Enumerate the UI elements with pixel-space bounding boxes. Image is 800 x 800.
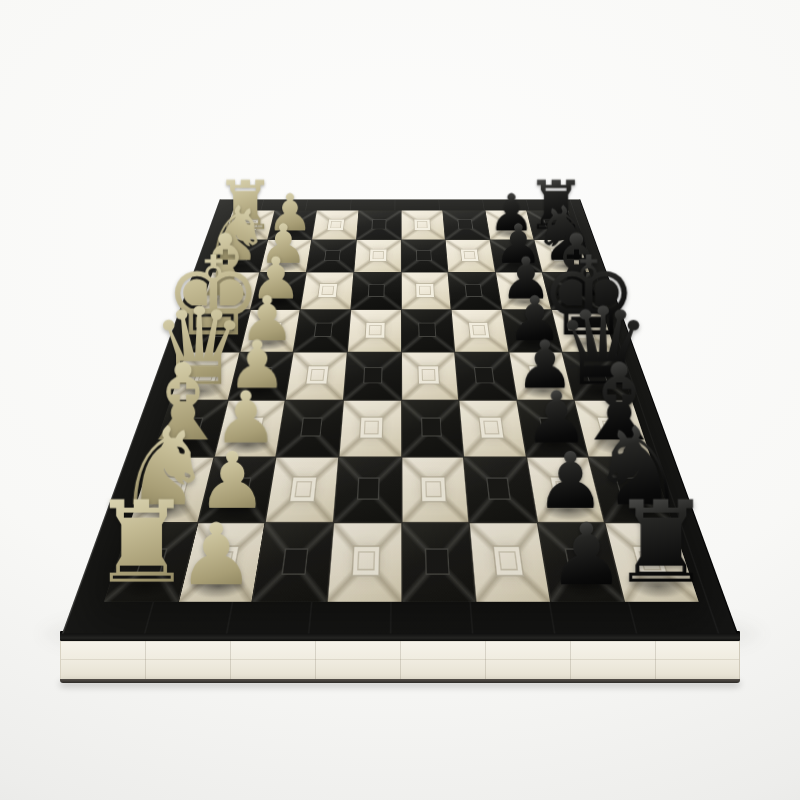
square-h4[interactable] [357,211,401,240]
square-g5[interactable] [401,240,447,272]
square-b5[interactable] [402,457,469,522]
square-b3[interactable] [266,457,338,522]
square-g4[interactable] [354,240,400,272]
square-d3[interactable] [286,352,347,400]
square-h3[interactable] [312,211,358,240]
square-h5[interactable] [401,211,445,240]
square-f5[interactable] [401,273,450,309]
square-e5[interactable] [401,310,454,351]
board-grid: ♜♟♟♜♞♟♟♞♝♟♟♝♚♟♟♚♛♟♟♛♝♟♟♝♞♟♟♞♜♟♟♜ [104,211,699,602]
board-frame: ♜♟♟♜♞♟♟♞♝♟♟♝♚♟♟♚♛♟♟♛♝♟♟♝♞♟♟♞♜♟♟♜ [62,199,738,634]
perspective-stage: ♜♟♟♜♞♟♟♞♝♟♟♝♚♟♟♚♛♟♟♛♝♟♟♝♞♟♟♞♜♟♟♜ [0,0,800,700]
square-b6[interactable] [464,457,536,522]
square-a4[interactable] [328,524,401,602]
square-c6[interactable] [459,401,525,456]
square-d5[interactable] [402,352,459,400]
square-g3[interactable] [307,240,356,272]
square-e3[interactable] [294,310,350,351]
square-a2[interactable]: ♟ [179,524,265,602]
piece-white-pawn-a2[interactable]: ♟ [178,516,255,597]
square-d4[interactable] [344,352,401,400]
chess-board: ♜♟♟♜♞♟♟♞♝♟♟♝♚♟♟♚♛♟♟♛♝♟♟♝♞♟♟♞♜♟♟♜ [62,199,738,634]
square-f4[interactable] [351,273,400,309]
square-a8[interactable]: ♜ [606,524,699,602]
square-a3[interactable] [253,524,332,602]
square-a6[interactable] [470,524,550,602]
square-d6[interactable] [455,352,516,400]
square-b4[interactable] [334,457,401,522]
square-e6[interactable] [452,310,508,351]
square-f6[interactable] [449,273,501,309]
square-c4[interactable] [339,401,400,456]
product-photo-scene: ♜♟♟♜♞♟♟♞♝♟♟♝♚♟♟♚♛♟♟♛♝♟♟♝♞♟♟♞♜♟♟♜ [0,0,800,800]
square-h6[interactable] [443,211,489,240]
square-e4[interactable] [348,310,401,351]
square-a5[interactable] [402,524,475,602]
piece-black-rook-a8[interactable]: ♜ [610,490,712,598]
square-c3[interactable] [277,401,343,456]
square-g6[interactable] [446,240,495,272]
square-c5[interactable] [402,401,463,456]
square-f3[interactable] [301,273,353,309]
